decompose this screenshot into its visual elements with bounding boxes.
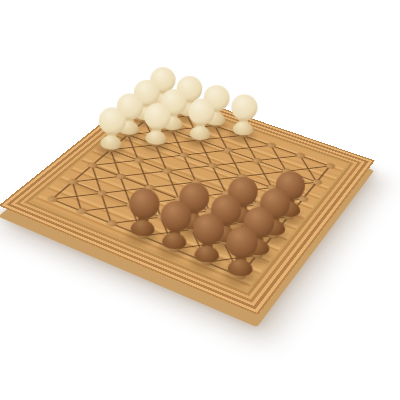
board-ribbed-border [0, 84, 375, 315]
peg-head [192, 213, 225, 246]
peg-base [194, 245, 220, 263]
game-board [0, 84, 375, 315]
peg-head [128, 188, 160, 220]
peg-body [157, 200, 193, 250]
peg-base [130, 219, 155, 237]
photo-scene [0, 0, 400, 400]
peg-head [231, 94, 259, 122]
peg-body [223, 225, 260, 277]
peg-body [126, 188, 162, 238]
peg-head [225, 226, 259, 260]
peg-base [162, 232, 187, 250]
peg-body [190, 212, 227, 263]
peg-head [160, 200, 193, 233]
peg-base [227, 258, 253, 277]
